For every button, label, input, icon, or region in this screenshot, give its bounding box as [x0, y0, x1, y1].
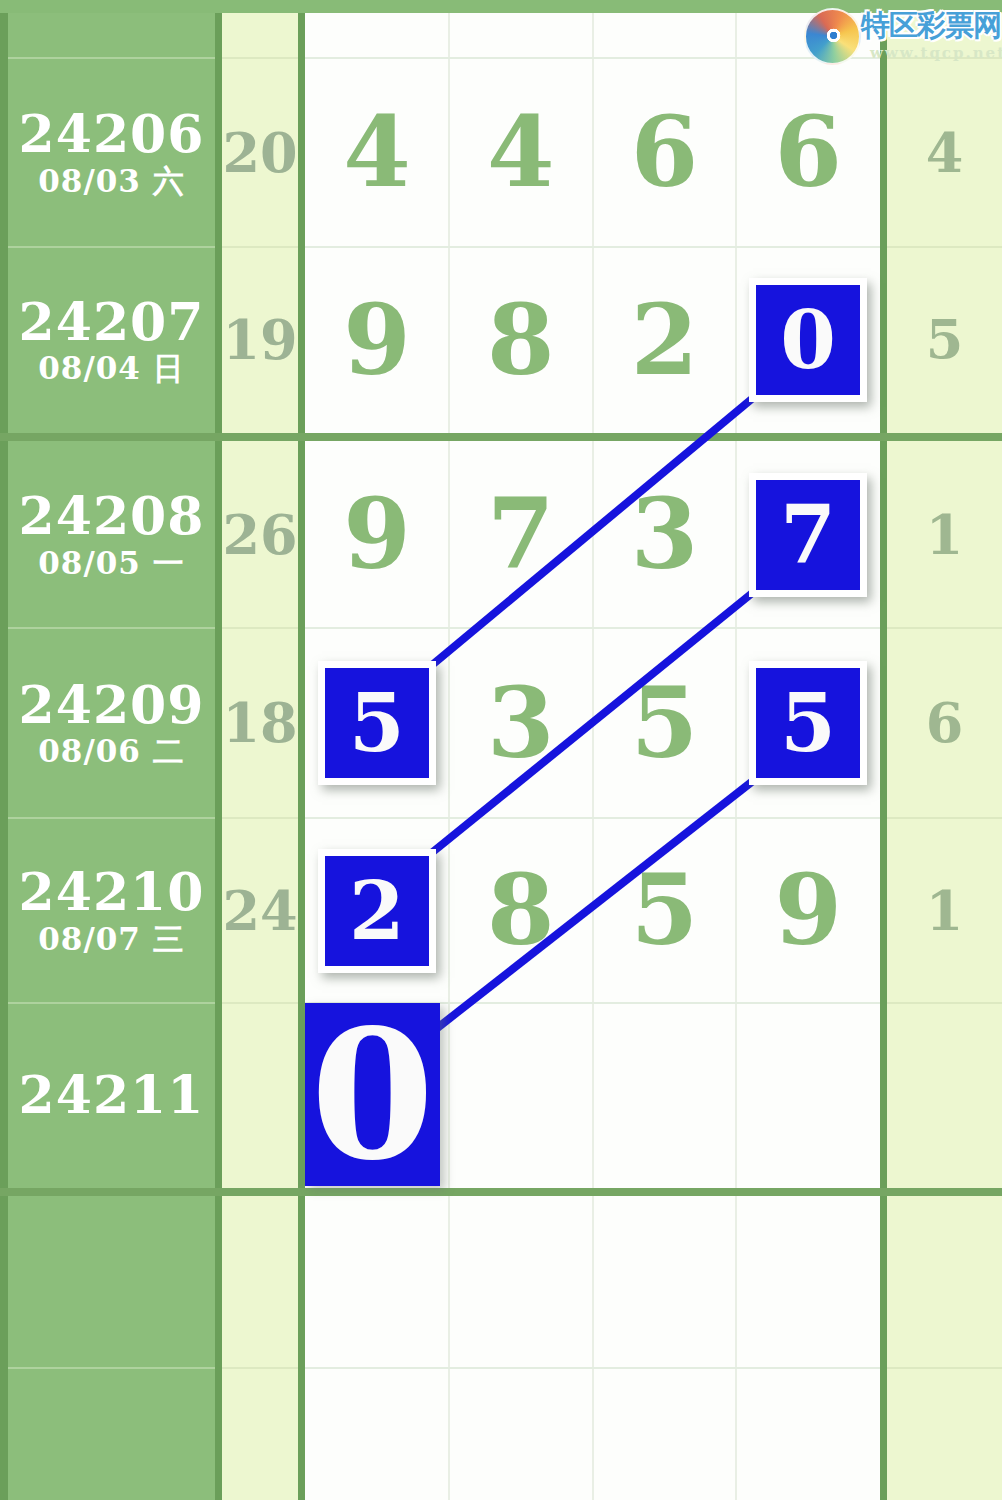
site-url: www.tqcp.net: [870, 44, 1002, 62]
highlighted-digit-cell: 0: [305, 1003, 440, 1186]
highlighted-digit: 5: [349, 683, 405, 763]
connector-line: [431, 397, 754, 666]
highlighted-digit-cell: 7: [749, 473, 867, 597]
site-name: 特区彩票网: [861, 11, 1001, 40]
highlighted-digit-cell: 2: [318, 849, 436, 973]
logo-swirl-icon: [804, 8, 861, 65]
highlighted-digit: 5: [780, 683, 836, 763]
highlighted-digit: 7: [780, 495, 836, 575]
lottery-trend-chart: 2420608/03 六20444662420708/04 日195982024…: [0, 0, 1002, 1500]
highlighted-digit: 0: [780, 300, 836, 380]
connector-line: [436, 780, 754, 1029]
highlighted-digit-cell: 5: [318, 661, 436, 785]
highlighted-digit: 0: [311, 1006, 435, 1184]
highlighted-digit-cell: 5: [749, 661, 867, 785]
highlighted-digit: 2: [349, 871, 405, 951]
highlighted-digit-cell: 0: [749, 278, 867, 402]
site-logo[interactable]: 特区彩票网 www.tqcp.net: [788, 0, 1002, 72]
